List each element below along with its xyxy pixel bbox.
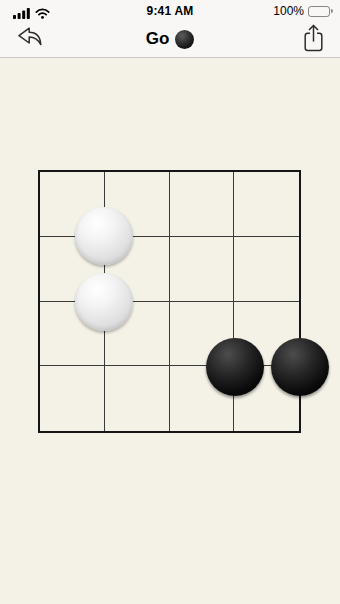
top-chrome: 9:41 AM 100% Go — [0, 0, 340, 58]
app-screen: 9:41 AM 100% Go — [0, 0, 340, 604]
board-cell[interactable] — [170, 172, 235, 237]
stone-white[interactable] — [75, 207, 133, 265]
share-icon — [301, 23, 326, 56]
stone-black[interactable] — [206, 338, 264, 396]
share-button[interactable] — [301, 21, 326, 57]
app-title-text: Go — [146, 29, 170, 49]
stone-black[interactable] — [271, 338, 329, 396]
black-stone-turn-icon — [175, 30, 194, 49]
board-cell[interactable] — [170, 237, 235, 302]
board-area — [38, 170, 301, 433]
board-cell[interactable] — [40, 366, 105, 431]
board-cell[interactable] — [105, 366, 170, 431]
battery-percent: 100% — [273, 4, 304, 18]
board-cell[interactable] — [234, 172, 299, 237]
app-title: Go — [0, 21, 340, 57]
status-right-icons: 100% — [273, 4, 333, 18]
stone-white[interactable] — [75, 273, 133, 331]
battery-icon — [308, 6, 333, 17]
status-bar: 9:41 AM 100% — [0, 0, 340, 21]
board-cell[interactable] — [234, 237, 299, 302]
nav-bar: Go — [0, 21, 340, 57]
